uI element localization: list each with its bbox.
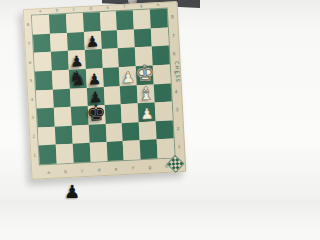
board-square-a6 (34, 52, 52, 71)
file-label: f (116, 4, 133, 10)
board-square-f4 (120, 85, 138, 104)
board-square-c2 (72, 125, 90, 144)
rank-label: 3 (173, 101, 181, 120)
board-square-f2 (122, 122, 140, 141)
rank-label: 8 (24, 16, 31, 35)
piece-white-bishop-g4: ♝ (137, 85, 154, 104)
board-square-g2 (139, 121, 157, 140)
board-square-g8 (133, 10, 151, 29)
board-square-a4 (36, 89, 54, 108)
file-label: a (40, 170, 57, 175)
file-label: e (108, 167, 125, 172)
board-square-b1 (56, 144, 74, 163)
board-square-e8 (99, 11, 117, 30)
board-square-c7 (67, 32, 85, 51)
board-square-f6 (118, 48, 136, 67)
rank-label: 1 (31, 146, 38, 165)
checkered-diamond-logo-icon (168, 156, 184, 172)
file-label: g (133, 4, 150, 10)
file-label: c (74, 168, 91, 173)
file-label: a (32, 9, 49, 15)
board-square-g7 (134, 28, 152, 47)
board-square-e7 (100, 30, 118, 49)
rank-label: 6 (26, 53, 33, 72)
file-label: h (150, 3, 167, 9)
board-square-d5: ♟ (85, 68, 103, 87)
board-square-d4: ♟ (86, 87, 104, 106)
board-square-c1 (73, 143, 91, 162)
board-square-c3 (71, 106, 89, 125)
rank-label: 3 (29, 109, 36, 128)
board-square-b3 (54, 107, 72, 126)
board-square-e2 (105, 123, 123, 142)
board-square-e4 (103, 86, 121, 105)
board-square-d7: ♟ (84, 31, 102, 50)
board-square-f3 (121, 103, 139, 122)
board-square-h3 (155, 102, 173, 121)
piece-black-knight-c5: ♞ (68, 67, 87, 88)
brand-text: CHESS (174, 61, 181, 83)
board-square-h1 (157, 139, 175, 158)
board-square-c4 (70, 87, 88, 106)
piece-white-pawn-g3: ♟ (140, 106, 154, 122)
board-square-a8 (32, 15, 50, 34)
file-label: e (99, 5, 116, 11)
rank-label: 2 (174, 120, 182, 139)
board-square-f1 (123, 141, 141, 160)
board-square-e3 (104, 104, 122, 123)
rank-label: 1 (175, 138, 183, 157)
board-square-b5 (52, 70, 70, 89)
piece-black-pawn-c6: ♟ (70, 54, 84, 70)
board-square-b6 (51, 51, 69, 70)
board-square-h4 (154, 83, 172, 102)
board-square-f7 (117, 29, 135, 48)
board-square-c6: ♟ (68, 50, 86, 69)
board-square-h2 (156, 120, 174, 139)
board-square-h7 (151, 27, 169, 46)
rank-label: 7 (25, 34, 32, 53)
board-square-e1 (106, 141, 124, 160)
board-square-h6 (152, 46, 170, 65)
board-square-e6 (101, 48, 119, 67)
rank-label: 5 (27, 72, 34, 91)
board-square-h8 (150, 9, 168, 28)
board-square-b8 (49, 14, 67, 33)
board-square-d2 (88, 124, 106, 143)
chessboard-grid: ♟♟♞♟♟♚♟♝♚♟ (32, 9, 175, 165)
rank-label: 4 (172, 83, 180, 102)
board-square-d6 (84, 49, 102, 68)
file-label: c (65, 7, 82, 13)
board-square-c5: ♞ (69, 69, 87, 88)
board-square-a5 (35, 71, 53, 90)
board-square-h5 (153, 64, 171, 83)
board-square-d8 (83, 12, 101, 31)
board-square-c8 (66, 13, 84, 32)
piece-white-pawn-f5: ♟ (121, 70, 135, 86)
rank-label: 4 (28, 90, 35, 109)
file-labels-bottom: abcdefgh (40, 162, 175, 175)
board-square-a2 (38, 126, 56, 145)
rank-label: 2 (30, 127, 37, 146)
board-square-a7 (33, 33, 51, 52)
piece-black-pawn-d4: ♟ (88, 90, 102, 106)
file-label: d (82, 6, 99, 12)
board-square-e5 (102, 67, 120, 86)
board-square-f5: ♟ (119, 66, 137, 85)
file-label: f (124, 166, 141, 171)
board-square-g3: ♟ (138, 103, 156, 122)
board-square-d3: ♚ (87, 105, 105, 124)
board-square-b7 (50, 33, 68, 52)
file-label: b (49, 8, 66, 14)
board-square-d1 (89, 142, 107, 161)
file-label: b (57, 169, 74, 174)
captured-black-pawn: ♟ (64, 183, 80, 200)
board-square-g1 (140, 140, 158, 159)
board-square-a3 (37, 108, 55, 127)
board-square-b4 (53, 88, 71, 107)
board-square-b2 (55, 126, 73, 145)
board-square-g5: ♚ (136, 65, 154, 84)
board-square-f8 (116, 10, 134, 29)
board-square-g6 (135, 47, 153, 66)
piece-black-pawn-d7: ♟ (85, 34, 99, 50)
rank-label: 8 (168, 8, 176, 27)
file-label: d (91, 167, 108, 172)
piece-black-pawn-d5: ♟ (87, 72, 101, 88)
chessboard-mat: abcdefgh abcdefgh 87654321 87654321 ♟♟♞♟… (23, 1, 187, 180)
file-label: g (141, 165, 158, 170)
rank-label: 7 (169, 27, 177, 46)
board-square-g4: ♝ (137, 84, 155, 103)
board-square-a1 (39, 145, 57, 164)
